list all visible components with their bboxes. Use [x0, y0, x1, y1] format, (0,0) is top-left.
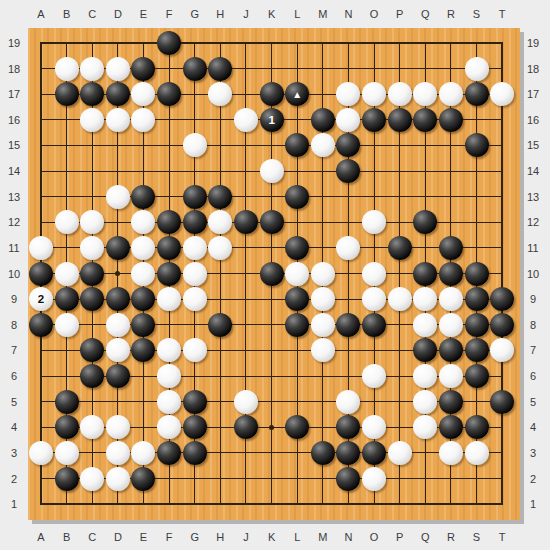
- black-stone-S15: [465, 133, 489, 157]
- black-stone-R11: [439, 236, 463, 260]
- coord-label-bottom: M: [318, 531, 327, 543]
- white-stone-R8: [439, 313, 463, 337]
- white-stone-C18: [80, 57, 104, 81]
- coord-label-top: D: [114, 8, 122, 20]
- black-stone-B4: [55, 415, 79, 439]
- coord-label-bottom: H: [216, 531, 224, 543]
- coord-label-right: 3: [530, 447, 536, 459]
- black-stone-K12: [260, 210, 284, 234]
- white-stone-B10: [55, 262, 79, 286]
- black-stone-P16: [388, 108, 412, 132]
- white-stone-D18: [106, 57, 130, 81]
- black-stone-S10: [465, 262, 489, 286]
- coord-label-top: N: [344, 8, 352, 20]
- grid-line-horizontal: [40, 503, 503, 505]
- black-stone-E18: [131, 57, 155, 81]
- white-stone-M8: [311, 313, 335, 337]
- coord-label-right: 14: [527, 165, 539, 177]
- white-stone-D8: [106, 313, 130, 337]
- coord-label-top: K: [268, 8, 275, 20]
- black-stone-G12: [183, 210, 207, 234]
- star-point: [269, 425, 274, 430]
- black-stone-G5: [183, 390, 207, 414]
- white-stone-D16: [106, 108, 130, 132]
- coord-label-left: 15: [8, 139, 20, 151]
- black-stone-H18: [208, 57, 232, 81]
- coord-label-bottom: Q: [421, 531, 430, 543]
- white-stone-P9: [388, 287, 412, 311]
- coord-label-bottom: G: [190, 531, 199, 543]
- coord-label-top: F: [166, 8, 173, 20]
- coord-label-right: 6: [530, 370, 536, 382]
- coord-label-bottom: R: [447, 531, 455, 543]
- coord-label-top: Q: [421, 8, 430, 20]
- black-stone-H13: [208, 185, 232, 209]
- white-stone-R3: [439, 441, 463, 465]
- coord-label-right: 11: [527, 242, 538, 254]
- coord-label-left: 5: [11, 396, 17, 408]
- white-stone-Q8: [413, 313, 437, 337]
- white-stone-A11: [29, 236, 53, 260]
- white-stone-C2: [80, 467, 104, 491]
- black-stone-B9: [55, 287, 79, 311]
- coord-label-left: 13: [8, 191, 20, 203]
- coord-label-bottom: A: [37, 531, 44, 543]
- white-stone-G9: [183, 287, 207, 311]
- black-stone-O16: [362, 108, 386, 132]
- black-stone-D6: [106, 364, 130, 388]
- white-stone-G10: [183, 262, 207, 286]
- white-stone-J16: [234, 108, 258, 132]
- white-stone-F5: [157, 390, 181, 414]
- black-stone-A10: [29, 262, 53, 286]
- black-stone-F3: [157, 441, 181, 465]
- coord-label-top: B: [63, 8, 70, 20]
- black-stone-S8: [465, 313, 489, 337]
- coord-label-left: 6: [11, 370, 17, 382]
- coord-label-right: 8: [530, 319, 536, 331]
- coord-label-bottom: F: [166, 531, 173, 543]
- coord-label-left: 8: [11, 319, 17, 331]
- go-diagram: AABBCCDDEEFFGGHHJJKKLLMMNNOOPPQQRRSSTT19…: [0, 0, 550, 550]
- coord-label-left: 18: [8, 63, 20, 75]
- black-stone-L8: [285, 313, 309, 337]
- white-stone-D4: [106, 415, 130, 439]
- black-stone-B2: [55, 467, 79, 491]
- coord-label-top: G: [190, 8, 199, 20]
- black-stone-H8: [208, 313, 232, 337]
- coord-label-bottom: D: [114, 531, 122, 543]
- black-stone-O8: [362, 313, 386, 337]
- black-stone-S4: [465, 415, 489, 439]
- black-stone-G3: [183, 441, 207, 465]
- white-stone-O2: [362, 467, 386, 491]
- white-stone-O6: [362, 364, 386, 388]
- white-stone-C16: [80, 108, 104, 132]
- coord-label-top: S: [473, 8, 480, 20]
- white-stone-P3: [388, 441, 412, 465]
- coord-label-top: C: [88, 8, 96, 20]
- coord-label-right: 13: [527, 191, 539, 203]
- coord-label-top: T: [499, 8, 506, 20]
- coord-label-right: 12: [527, 216, 539, 228]
- black-stone-D9: [106, 287, 130, 311]
- white-stone-M10: [311, 262, 335, 286]
- black-stone-T5: [490, 390, 514, 414]
- black-stone-A8: [29, 313, 53, 337]
- white-stone-K14: [260, 159, 284, 183]
- coord-label-right: 15: [527, 139, 539, 151]
- white-stone-B12: [55, 210, 79, 234]
- coord-label-right: 16: [527, 114, 539, 126]
- white-stone-Q5: [413, 390, 437, 414]
- black-stone-B17: [55, 82, 79, 106]
- coord-label-top: M: [318, 8, 327, 20]
- coord-label-left: 12: [8, 216, 20, 228]
- coord-label-top: O: [370, 8, 379, 20]
- coord-label-top: E: [140, 8, 147, 20]
- white-stone-S3: [465, 441, 489, 465]
- white-stone-A3: [29, 441, 53, 465]
- coord-label-bottom: B: [63, 531, 70, 543]
- coord-label-left: 4: [11, 421, 17, 433]
- coord-label-left: 9: [11, 293, 17, 305]
- black-stone-F10: [157, 262, 181, 286]
- black-stone-G18: [183, 57, 207, 81]
- coord-label-right: 4: [530, 421, 536, 433]
- coord-label-right: 17: [527, 88, 539, 100]
- black-stone-K16: [260, 108, 284, 132]
- black-stone-L11: [285, 236, 309, 260]
- black-stone-M3: [311, 441, 335, 465]
- white-stone-D2: [106, 467, 130, 491]
- coord-label-bottom: S: [473, 531, 480, 543]
- coord-label-top: J: [243, 8, 249, 20]
- coord-label-top: P: [396, 8, 403, 20]
- black-stone-T8: [490, 313, 514, 337]
- black-stone-K17: [260, 82, 284, 106]
- coord-label-bottom: O: [370, 531, 379, 543]
- white-stone-R17: [439, 82, 463, 106]
- white-stone-D13: [106, 185, 130, 209]
- coord-label-left: 2: [11, 473, 17, 485]
- white-stone-L10: [285, 262, 309, 286]
- coord-label-top: L: [294, 8, 300, 20]
- coord-label-left: 3: [11, 447, 17, 459]
- white-stone-A9: [29, 287, 53, 311]
- white-stone-F6: [157, 364, 181, 388]
- black-stone-K10: [260, 262, 284, 286]
- coord-label-left: 19: [8, 37, 20, 49]
- black-stone-Q10: [413, 262, 437, 286]
- black-stone-C10: [80, 262, 104, 286]
- grid-line-vertical: [501, 42, 503, 505]
- coord-label-right: 1: [530, 498, 536, 510]
- coord-label-right: 9: [530, 293, 536, 305]
- coord-label-left: 1: [11, 498, 17, 510]
- coord-label-bottom: L: [294, 531, 300, 543]
- coord-label-bottom: E: [140, 531, 147, 543]
- coord-label-bottom: P: [396, 531, 403, 543]
- coord-label-left: 14: [8, 165, 20, 177]
- black-stone-B5: [55, 390, 79, 414]
- black-stone-S7: [465, 338, 489, 362]
- black-stone-G13: [183, 185, 207, 209]
- coord-label-left: 11: [8, 242, 19, 254]
- coord-label-bottom: N: [344, 531, 352, 543]
- white-stone-B8: [55, 313, 79, 337]
- black-stone-S9: [465, 287, 489, 311]
- white-stone-S18: [465, 57, 489, 81]
- black-stone-F19: [157, 31, 181, 55]
- coord-label-left: 7: [11, 344, 17, 356]
- black-stone-P11: [388, 236, 412, 260]
- black-stone-S6: [465, 364, 489, 388]
- coord-label-left: 16: [8, 114, 20, 126]
- coord-label-left: 10: [8, 268, 20, 280]
- black-stone-O3: [362, 441, 386, 465]
- coord-label-left: 17: [8, 88, 20, 100]
- black-stone-E2: [131, 467, 155, 491]
- white-stone-D3: [106, 441, 130, 465]
- coord-label-right: 2: [530, 473, 536, 485]
- black-stone-Q16: [413, 108, 437, 132]
- white-stone-M9: [311, 287, 335, 311]
- black-stone-R16: [439, 108, 463, 132]
- white-stone-P17: [388, 82, 412, 106]
- white-stone-B3: [55, 441, 79, 465]
- coord-label-bottom: T: [499, 531, 506, 543]
- coord-label-right: 18: [527, 63, 539, 75]
- white-stone-R6: [439, 364, 463, 388]
- white-stone-G7: [183, 338, 207, 362]
- white-stone-O10: [362, 262, 386, 286]
- coord-label-right: 10: [527, 268, 539, 280]
- white-stone-B18: [55, 57, 79, 81]
- white-stone-G11: [183, 236, 207, 260]
- coord-label-right: 7: [530, 344, 536, 356]
- coord-label-top: R: [447, 8, 455, 20]
- coord-label-bottom: K: [268, 531, 275, 543]
- black-stone-D11: [106, 236, 130, 260]
- coord-label-bottom: J: [243, 531, 249, 543]
- coord-label-top: A: [37, 8, 44, 20]
- white-stone-N5: [336, 390, 360, 414]
- white-stone-E10: [131, 262, 155, 286]
- coord-label-right: 5: [530, 396, 536, 408]
- white-stone-J5: [234, 390, 258, 414]
- black-stone-F11: [157, 236, 181, 260]
- coord-label-right: 19: [527, 37, 539, 49]
- black-stone-M16: [311, 108, 335, 132]
- black-stone-L13: [285, 185, 309, 209]
- black-stone-R5: [439, 390, 463, 414]
- white-stone-R9: [439, 287, 463, 311]
- coord-label-top: H: [216, 8, 224, 20]
- coord-label-bottom: C: [88, 531, 96, 543]
- black-stone-D17: [106, 82, 130, 106]
- black-stone-R10: [439, 262, 463, 286]
- black-stone-G4: [183, 415, 207, 439]
- black-stone-S17: [465, 82, 489, 106]
- black-stone-N2: [336, 467, 360, 491]
